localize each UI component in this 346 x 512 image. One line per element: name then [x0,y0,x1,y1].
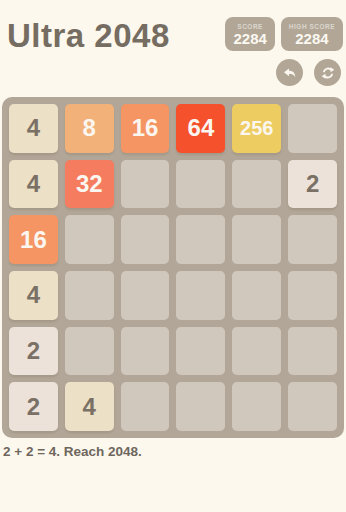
high-score-label: HIGH SCORE [289,23,335,30]
empty-cell [65,271,114,320]
app-title: Ultra 2048 [7,17,170,55]
hint-text: 2 + 2 = 4. Reach 2048. [3,444,142,459]
tile-2: 2 [9,382,58,431]
tile-4: 4 [9,104,58,153]
tile-256: 256 [232,104,281,153]
score-label: SCORE [237,23,263,30]
empty-cell [232,327,281,376]
empty-cell [232,271,281,320]
tile-16: 16 [121,104,170,153]
tile-64: 64 [176,104,225,153]
empty-cell [288,104,337,153]
tile-4: 4 [9,271,58,320]
empty-cell [288,327,337,376]
empty-cell [121,160,170,209]
tile-16: 16 [9,215,58,264]
undo-arrow-icon [282,65,298,81]
empty-cell [176,215,225,264]
tile-2: 2 [288,160,337,209]
score-value: 2284 [233,30,266,47]
control-buttons [276,59,343,86]
high-score-value: 2284 [295,30,328,47]
empty-cell [176,271,225,320]
empty-cell [288,271,337,320]
empty-cell [176,327,225,376]
empty-cell [121,327,170,376]
tile-4: 4 [9,160,58,209]
tile-4: 4 [65,382,114,431]
app-screen: Ultra 2048 SCORE 2284 HIGH SCORE 2284 [0,0,346,512]
tile-32: 32 [65,160,114,209]
header: Ultra 2048 SCORE 2284 HIGH SCORE 2284 [0,0,346,86]
empty-cell [121,382,170,431]
tile-8: 8 [65,104,114,153]
empty-cell [65,215,114,264]
header-right: SCORE 2284 HIGH SCORE 2284 [225,17,343,86]
refresh-arrows-icon [320,65,336,81]
empty-cell [176,382,225,431]
score-box: SCORE 2284 [225,17,274,51]
score-panels: SCORE 2284 HIGH SCORE 2284 [225,17,343,51]
undo-button[interactable] [276,59,303,86]
empty-cell [65,327,114,376]
empty-cell [288,215,337,264]
empty-cell [232,215,281,264]
restart-button[interactable] [314,59,341,86]
game-board[interactable]: 4816642564322164224 [2,97,344,438]
high-score-box: HIGH SCORE 2284 [281,17,343,51]
empty-cell [121,215,170,264]
tile-2: 2 [9,327,58,376]
empty-cell [121,271,170,320]
empty-cell [232,382,281,431]
empty-cell [288,382,337,431]
empty-cell [232,160,281,209]
empty-cell [176,160,225,209]
